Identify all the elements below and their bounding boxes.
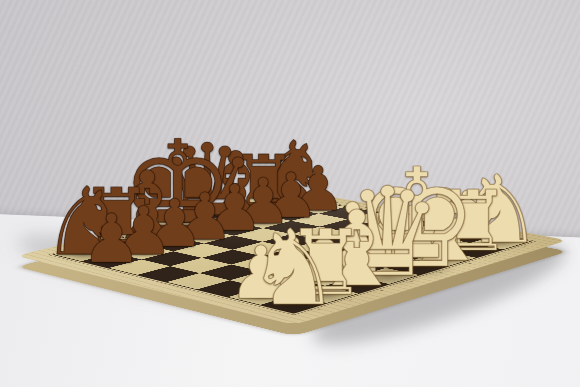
piece-black-pawn-a7[interactable]: ♟	[81, 206, 142, 273]
photo-stage: ♞♜♝♚♛♝♜♞♟♟♟♟♟♟♟♟♟♟♟♟♟♟♟♟♞♜♝♛♚♝♜♞	[0, 0, 580, 387]
piece-white-knight-a1[interactable]: ♞	[247, 216, 341, 320]
